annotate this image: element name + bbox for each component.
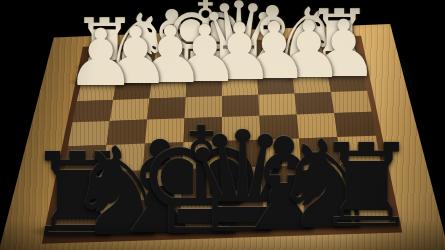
- piece-black-rook-a8[interactable]: ♜: [309, 129, 424, 244]
- piece-white-pawn-h2[interactable]: ♟: [62, 19, 140, 97]
- chessboard-photo: ♜♞♝♚♛♝♞♜♟♟♟♟♟♟♟♟♜♞♝♚♛♝♞♜: [0, 0, 445, 250]
